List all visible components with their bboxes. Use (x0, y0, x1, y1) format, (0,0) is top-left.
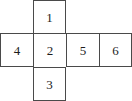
net-cell-left: 4 (0, 33, 33, 67)
empty-cell (0, 67, 33, 101)
net-cell-far-right: 6 (99, 33, 132, 67)
net-cell-right: 5 (66, 33, 99, 67)
empty-cell (66, 67, 99, 101)
empty-cell (99, 67, 132, 101)
cube-net-board: 1 4 2 5 6 3 (0, 0, 132, 101)
empty-cell (66, 0, 99, 33)
empty-cell (0, 0, 33, 33)
empty-cell (99, 0, 132, 33)
net-cell-bottom-flap: 3 (33, 67, 66, 101)
net-cell-center: 2 (33, 33, 66, 67)
net-cell-top-flap: 1 (33, 0, 66, 33)
